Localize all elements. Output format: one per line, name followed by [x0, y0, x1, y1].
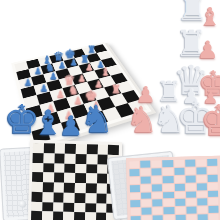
main-board-square: ♟	[79, 63, 95, 74]
chess-piece-blue-pawn: ♟	[49, 72, 57, 81]
mini-board-square	[185, 183, 195, 190]
mini-board-square	[43, 182, 54, 192]
mini-board-square	[86, 164, 97, 174]
chess-piece-blue-pawn: ♟	[39, 84, 47, 93]
mini-board-square	[64, 173, 75, 183]
mini-board-square	[97, 164, 108, 174]
mini-board-square	[130, 200, 140, 207]
mini-board-square	[153, 215, 163, 220]
mini-board-square	[64, 192, 75, 202]
mini-board-square	[151, 160, 161, 167]
chess-piece-pink-king: ♚	[200, 100, 220, 142]
mini-board-square	[197, 206, 207, 213]
mini-board-square	[175, 199, 185, 206]
mini-board-square	[185, 159, 195, 166]
mini-board-square	[32, 182, 43, 192]
mini-board-square	[63, 202, 74, 212]
mini-board-square	[43, 172, 54, 182]
mini-board-square	[131, 216, 141, 220]
main-board-square: ♟	[64, 58, 79, 68]
main-board-square: ♟	[34, 83, 50, 95]
mini-board-square	[53, 192, 64, 202]
mini-board-square	[74, 212, 85, 220]
mini-board-square	[185, 167, 195, 174]
mini-board-square	[175, 215, 185, 220]
mini-board-square	[42, 192, 53, 202]
mini-board-square	[164, 215, 174, 220]
mini-board-square	[207, 167, 217, 174]
mini-board-square	[54, 173, 65, 183]
mini-board-square	[65, 163, 76, 173]
mini-board-square	[152, 200, 162, 207]
mini-board-square	[186, 199, 196, 206]
mini-board-square	[174, 168, 184, 175]
mini-board-square	[163, 176, 173, 183]
mini-board-square	[33, 143, 44, 153]
flat-board-blue-pink	[126, 156, 220, 220]
mini-board-square	[53, 182, 64, 192]
mini-board-square	[85, 183, 96, 193]
mini-board-square	[85, 213, 96, 220]
mini-board-square	[207, 159, 217, 166]
mini-board-square	[31, 211, 42, 220]
mini-board-square	[96, 203, 107, 213]
chess-piece-pink-pawn: ♟	[56, 90, 65, 99]
mini-board-square	[152, 184, 162, 191]
chess-piece-blue-knight: ♞	[80, 100, 114, 138]
mini-board-square	[74, 193, 85, 203]
mini-board-square	[75, 173, 86, 183]
mini-board-square	[33, 153, 44, 163]
mini-board-square	[54, 143, 65, 153]
mini-board-square	[174, 175, 184, 182]
mini-board-square	[129, 161, 139, 168]
product-photo-chess-set: { "game": "chess", "position": "2bqk1r1/…	[0, 0, 220, 220]
chess-piece-blue-pawn: ♟	[69, 59, 77, 67]
mini-board-square	[152, 176, 162, 183]
mini-board-square	[54, 153, 65, 163]
mini-board-square	[64, 183, 75, 193]
mini-board-square	[141, 184, 151, 191]
main-board-square: ♟	[43, 71, 58, 82]
mini-board-square	[54, 163, 65, 173]
flat-board-black-white	[28, 140, 122, 220]
mini-board-square	[130, 177, 140, 184]
mini-board-square	[141, 168, 151, 175]
mini-board-square	[197, 214, 207, 220]
mini-board-square	[86, 154, 97, 164]
mini-board-square	[153, 208, 163, 215]
mini-board-square	[197, 183, 207, 190]
mini-board-square	[197, 199, 207, 206]
mini-board-square	[63, 212, 74, 220]
mini-board-square	[140, 161, 150, 168]
mini-board-square	[129, 169, 139, 176]
mini-board-square	[186, 191, 196, 198]
mini-board-square	[152, 168, 162, 175]
mini-board-square	[44, 143, 55, 153]
mini-board-square	[52, 212, 63, 220]
mini-board-square	[76, 144, 87, 154]
mini-board-square	[141, 192, 151, 199]
mini-board-square	[87, 144, 98, 154]
mini-board-square	[208, 206, 218, 213]
mini-board-square	[141, 200, 151, 207]
mini-board-square	[141, 176, 151, 183]
mini-board-square	[163, 168, 173, 175]
mini-board-square	[164, 207, 174, 214]
mini-board-square	[85, 203, 96, 213]
mini-board-square	[174, 160, 184, 167]
mini-board-square	[43, 163, 54, 173]
mini-board-square	[163, 184, 173, 191]
mini-board-square	[197, 191, 207, 198]
mini-board-square	[108, 145, 119, 155]
mini-board-square	[53, 202, 64, 212]
chess-piece-pink-bishop: ♝	[100, 66, 110, 77]
main-board-square: ♟	[29, 66, 44, 77]
mini-board-square	[208, 182, 218, 189]
mini-board-square	[42, 202, 53, 212]
mini-board-square	[186, 207, 196, 214]
mini-board-square	[196, 167, 206, 174]
mini-board-square	[76, 154, 87, 164]
mini-board-square	[174, 183, 184, 190]
mini-board-square	[95, 213, 106, 220]
mini-board-square	[42, 211, 53, 220]
mini-board-square	[163, 192, 173, 199]
mini-board-square	[130, 208, 140, 215]
mini-board-square	[142, 208, 152, 215]
chess-piece-blue-pawn: ♟	[33, 67, 41, 76]
mini-board-square	[175, 207, 185, 214]
mini-board-square	[43, 153, 54, 163]
chess-piece-pink-pawn: ♟	[85, 63, 93, 72]
mini-board-square	[207, 175, 217, 182]
mini-board-square	[208, 190, 218, 197]
mini-board-square	[74, 202, 85, 212]
mini-board-square	[208, 198, 218, 205]
main-board-square: ♟	[18, 77, 33, 89]
mini-board-square	[65, 153, 76, 163]
mold-dot	[19, 200, 26, 207]
chess-piece-blue-pawn: ♟	[23, 78, 31, 87]
chess-piece-blue-pawn: ♟	[58, 61, 66, 69]
mini-board-square	[152, 192, 162, 199]
mini-board-square	[97, 145, 108, 155]
chess-piece-pink-pawn: ♟	[77, 74, 85, 83]
mini-board-square	[75, 164, 86, 174]
main-board-square: ♜	[104, 84, 122, 97]
mini-board-square	[164, 199, 174, 206]
mini-board-square	[208, 214, 218, 220]
mini-board-square	[32, 162, 43, 172]
chess-piece-pink-rook: ♜	[110, 84, 120, 95]
mini-board-square	[96, 184, 107, 194]
mini-board-square	[86, 174, 97, 184]
mini-board-square	[186, 215, 196, 220]
mini-board-square	[142, 216, 152, 220]
mini-board-square	[96, 193, 107, 203]
mini-board-square	[75, 183, 86, 193]
mini-board-square	[130, 185, 140, 192]
mini-board-square	[96, 174, 107, 184]
mini-board-square	[32, 192, 43, 202]
mini-board-square	[32, 172, 43, 182]
mini-board-square	[196, 175, 206, 182]
mini-board-square	[130, 192, 140, 199]
mini-board-square	[175, 191, 185, 198]
mini-board-square	[31, 201, 42, 211]
mini-board-square	[163, 160, 173, 167]
mini-board-square	[185, 175, 195, 182]
mini-board-square	[65, 144, 76, 154]
mini-board-square	[85, 193, 96, 203]
mini-board-square	[196, 159, 206, 166]
